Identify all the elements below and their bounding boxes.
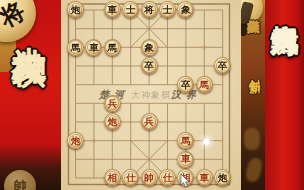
piece-red-車[interactable]: 車 [177,151,194,168]
piece-red-炮[interactable]: 炮 [67,132,84,149]
right-art-strip: 象棋大师 创新 [241,0,265,190]
piece-char: 士 [126,5,136,15]
piece-black-炮[interactable]: 炮 [67,1,84,18]
piece-black-車[interactable]: 車 [85,39,102,56]
piece-char: 将 [144,5,154,15]
left-banner: 将 大神象棋 帥 [0,0,61,190]
piece-red-仕[interactable]: 仕 [122,169,139,186]
piece-char: 馬 [108,43,118,53]
piece-red-兵[interactable]: 兵 [104,95,121,112]
piece-red-帥[interactable]: 帥 [141,169,158,186]
piece-red-炮[interactable]: 炮 [104,113,121,130]
carved-wood-art [244,128,260,150]
xiangqi-board[interactable]: 楚河 汉界 大神象棋 炮車士将士象馬車馬象卒卒卒馬兵炮兵炮馬車相仕帥仕相車炮 [61,0,241,190]
right-banner: 中炮对屏风马 [265,0,304,190]
piece-char: 炮 [218,173,228,183]
piece-black-象[interactable]: 象 [177,1,194,18]
piece-char: 象 [181,5,191,15]
piece-char: 帥 [144,173,154,183]
piece-black-士[interactable]: 士 [122,1,139,18]
piece-char: 炮 [108,117,118,127]
thumbnail: 将 大神象棋 帥 楚河 汉界 大神象棋 炮車士将士象馬 [0,0,304,190]
mouse-cursor-icon [180,174,190,188]
decor-piece-char: 帥 [14,177,27,190]
piece-black-炮[interactable]: 炮 [214,169,231,186]
piece-char: 卒 [181,80,191,90]
piece-char: 兵 [108,99,118,109]
piece-char: 仕 [163,173,173,183]
badge-text: 创新 [247,69,259,72]
piece-char: 車 [199,173,209,183]
video-title: 中炮对屏风马 [270,3,298,9]
piece-char: 仕 [126,173,136,183]
piece-char: 馬 [181,136,191,146]
subtitle: 象棋大师 [247,8,260,12]
channel-title: 大神象棋 [11,18,46,26]
piece-black-卒[interactable]: 卒 [214,57,231,74]
piece-red-相[interactable]: 相 [104,169,121,186]
piece-black-象[interactable]: 象 [141,39,158,56]
piece-red-馬[interactable]: 馬 [177,132,194,149]
pieces-layer: 炮車士将士象馬車馬象卒卒卒馬兵炮兵炮馬車相仕帥仕相車炮 [66,1,232,188]
piece-black-馬[interactable]: 馬 [104,39,121,56]
piece-char: 車 [181,155,191,165]
piece-red-兵[interactable]: 兵 [141,113,158,130]
piece-black-車[interactable]: 車 [104,1,121,18]
piece-char: 卒 [144,61,154,70]
piece-char: 象 [144,43,154,53]
piece-char: 馬 [199,80,209,90]
piece-char: 炮 [71,136,81,146]
piece-red-車[interactable]: 車 [196,169,213,186]
piece-char: 馬 [71,43,81,53]
piece-black-士[interactable]: 士 [159,1,176,18]
carved-wood-art [244,157,264,184]
piece-black-将[interactable]: 将 [141,1,158,18]
piece-red-馬[interactable]: 馬 [196,76,213,93]
piece-black-卒[interactable]: 卒 [141,57,158,74]
piece-char: 兵 [144,117,154,127]
piece-char: 炮 [71,5,81,15]
piece-char: 車 [89,43,99,53]
piece-char: 相 [108,173,118,183]
piece-char: 車 [108,5,118,15]
piece-black-馬[interactable]: 馬 [67,39,84,56]
piece-black-卒[interactable]: 卒 [177,76,194,93]
move-indicator-dot [202,137,211,146]
piece-char: 卒 [218,61,228,70]
piece-char: 士 [163,5,173,15]
piece-red-仕[interactable]: 仕 [159,169,176,186]
